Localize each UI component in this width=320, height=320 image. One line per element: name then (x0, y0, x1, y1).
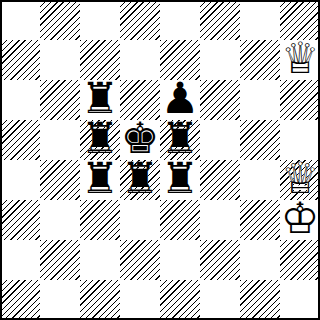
square-g2[interactable] (240, 240, 280, 280)
square-f4[interactable] (200, 160, 240, 200)
square-e8[interactable] (160, 0, 200, 40)
square-g8[interactable] (240, 0, 280, 40)
square-f1[interactable] (200, 280, 240, 320)
white-queen-glyph: ♕ (281, 37, 320, 80)
square-b7[interactable] (40, 40, 80, 80)
square-g5[interactable] (240, 120, 280, 160)
square-d2[interactable] (120, 240, 160, 280)
square-h6[interactable] (280, 80, 320, 120)
square-a2[interactable] (0, 240, 40, 280)
square-g1[interactable] (240, 280, 280, 320)
square-f6[interactable] (200, 80, 240, 120)
square-f8[interactable] (200, 0, 240, 40)
square-d4[interactable]: ♜♜ (120, 160, 160, 200)
square-a5[interactable] (0, 120, 40, 160)
square-h2[interactable] (280, 240, 320, 280)
square-b3[interactable] (40, 200, 80, 240)
black-rook-glyph: ♜ (161, 157, 200, 200)
square-c8[interactable] (80, 0, 120, 40)
square-c3[interactable] (80, 200, 120, 240)
square-a6[interactable] (0, 80, 40, 120)
square-d8[interactable] (120, 0, 160, 40)
square-a3[interactable] (0, 200, 40, 240)
square-a7[interactable] (0, 40, 40, 80)
square-b1[interactable] (40, 280, 80, 320)
square-b8[interactable] (40, 0, 80, 40)
square-a1[interactable] (0, 280, 40, 320)
black-rook-icon: ♜♜ (120, 160, 160, 200)
square-c1[interactable] (80, 280, 120, 320)
black-rook-icon: ♜♜ (80, 160, 120, 200)
square-c4[interactable]: ♜♜ (80, 160, 120, 200)
black-rook-icon: ♜♜ (160, 160, 200, 200)
square-g7[interactable] (240, 40, 280, 80)
square-d1[interactable] (120, 280, 160, 320)
square-a4[interactable] (0, 160, 40, 200)
square-f2[interactable] (200, 240, 240, 280)
square-g4[interactable] (240, 160, 280, 200)
square-d7[interactable] (120, 40, 160, 80)
square-e1[interactable] (160, 280, 200, 320)
square-f3[interactable] (200, 200, 240, 240)
square-c2[interactable] (80, 240, 120, 280)
square-e3[interactable] (160, 200, 200, 240)
square-d3[interactable] (120, 200, 160, 240)
white-queen-icon: ♛♕ (280, 40, 320, 80)
black-rook-glyph: ♜ (121, 157, 160, 200)
square-g3[interactable] (240, 200, 280, 240)
square-b4[interactable] (40, 160, 80, 200)
square-h3[interactable]: ♚♔ (280, 200, 320, 240)
square-a8[interactable] (0, 0, 40, 40)
square-b6[interactable] (40, 80, 80, 120)
square-f5[interactable] (200, 120, 240, 160)
white-king-glyph: ♔ (281, 197, 320, 240)
square-b2[interactable] (40, 240, 80, 280)
white-king-icon: ♚♔ (280, 200, 320, 240)
square-e2[interactable] (160, 240, 200, 280)
square-e4[interactable]: ♜♜ (160, 160, 200, 200)
square-h1[interactable] (280, 280, 320, 320)
chess-board: ♛♕♜♜♟♟♜♜♚♚♜♜♜♜♜♜♜♜♛♕♚♔ (0, 0, 320, 320)
square-b5[interactable] (40, 120, 80, 160)
black-rook-glyph: ♜ (81, 157, 120, 200)
square-h7[interactable]: ♛♕ (280, 40, 320, 80)
square-f7[interactable] (200, 40, 240, 80)
square-g6[interactable] (240, 80, 280, 120)
